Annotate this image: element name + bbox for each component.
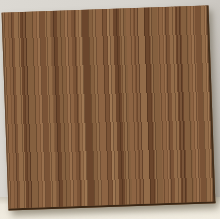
board-wood-surface[interactable] [2,6,214,209]
grid-lines [2,6,214,163]
photo-scene [0,0,220,219]
go-board [2,5,216,210]
